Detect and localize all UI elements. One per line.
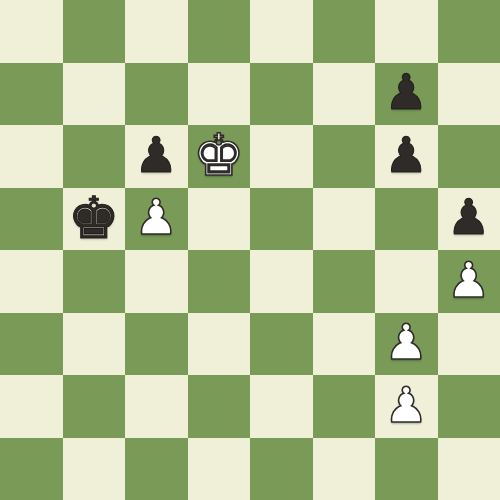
chess-board: ♟♟♚♟♚♟♟♟♟♟ (0, 0, 500, 500)
square-a7[interactable] (0, 63, 63, 126)
square-g8[interactable] (375, 0, 438, 63)
square-c2[interactable] (125, 375, 188, 438)
square-g1[interactable] (375, 438, 438, 500)
square-b3[interactable] (63, 313, 126, 376)
square-g6[interactable]: ♟ (375, 125, 438, 188)
square-b5[interactable]: ♚ (63, 188, 126, 251)
square-d1[interactable] (188, 438, 251, 500)
square-e7[interactable] (250, 63, 313, 126)
white-pawn[interactable]: ♟ (134, 193, 178, 244)
square-h7[interactable] (438, 63, 500, 126)
square-g3[interactable]: ♟ (375, 313, 438, 376)
square-f3[interactable] (313, 313, 376, 376)
square-g7[interactable]: ♟ (375, 63, 438, 126)
square-d5[interactable] (188, 188, 251, 251)
square-c3[interactable] (125, 313, 188, 376)
square-e2[interactable] (250, 375, 313, 438)
square-h3[interactable] (438, 313, 500, 376)
square-f2[interactable] (313, 375, 376, 438)
square-h2[interactable] (438, 375, 500, 438)
square-e8[interactable] (250, 0, 313, 63)
square-g4[interactable] (375, 250, 438, 313)
square-f1[interactable] (313, 438, 376, 500)
white-pawn[interactable]: ♟ (384, 318, 428, 369)
square-b4[interactable] (63, 250, 126, 313)
square-h5[interactable]: ♟ (438, 188, 500, 251)
black-king[interactable]: ♚ (68, 189, 120, 249)
square-c5[interactable]: ♟ (125, 188, 188, 251)
square-a2[interactable] (0, 375, 63, 438)
square-a6[interactable] (0, 125, 63, 188)
square-d4[interactable] (188, 250, 251, 313)
square-a1[interactable] (0, 438, 63, 500)
square-d2[interactable] (188, 375, 251, 438)
square-a4[interactable] (0, 250, 63, 313)
square-g5[interactable] (375, 188, 438, 251)
square-c8[interactable] (125, 0, 188, 63)
chess-board-area: ♟♟♚♟♚♟♟♟♟♟ (0, 0, 500, 500)
square-b2[interactable] (63, 375, 126, 438)
square-a8[interactable] (0, 0, 63, 63)
square-h1[interactable] (438, 438, 500, 500)
square-b1[interactable] (63, 438, 126, 500)
square-c1[interactable] (125, 438, 188, 500)
square-d6[interactable]: ♚ (188, 125, 251, 188)
white-pawn[interactable]: ♟ (447, 256, 491, 307)
square-h8[interactable] (438, 0, 500, 63)
square-f6[interactable] (313, 125, 376, 188)
square-b6[interactable] (63, 125, 126, 188)
black-pawn[interactable]: ♟ (384, 131, 428, 182)
black-pawn[interactable]: ♟ (447, 193, 491, 244)
black-pawn[interactable]: ♟ (384, 68, 428, 119)
square-a5[interactable] (0, 188, 63, 251)
square-b8[interactable] (63, 0, 126, 63)
white-king[interactable]: ♚ (193, 126, 245, 186)
square-c7[interactable] (125, 63, 188, 126)
square-d3[interactable] (188, 313, 251, 376)
square-e6[interactable] (250, 125, 313, 188)
white-pawn[interactable]: ♟ (384, 381, 428, 432)
square-d8[interactable] (188, 0, 251, 63)
square-g2[interactable]: ♟ (375, 375, 438, 438)
square-h4[interactable]: ♟ (438, 250, 500, 313)
square-f4[interactable] (313, 250, 376, 313)
square-a3[interactable] (0, 313, 63, 376)
square-d7[interactable] (188, 63, 251, 126)
square-b7[interactable] (63, 63, 126, 126)
square-f8[interactable] (313, 0, 376, 63)
square-c6[interactable]: ♟ (125, 125, 188, 188)
square-f7[interactable] (313, 63, 376, 126)
square-e5[interactable] (250, 188, 313, 251)
square-c4[interactable] (125, 250, 188, 313)
black-pawn[interactable]: ♟ (134, 131, 178, 182)
square-f5[interactable] (313, 188, 376, 251)
square-e4[interactable] (250, 250, 313, 313)
square-e3[interactable] (250, 313, 313, 376)
square-h6[interactable] (438, 125, 500, 188)
square-e1[interactable] (250, 438, 313, 500)
